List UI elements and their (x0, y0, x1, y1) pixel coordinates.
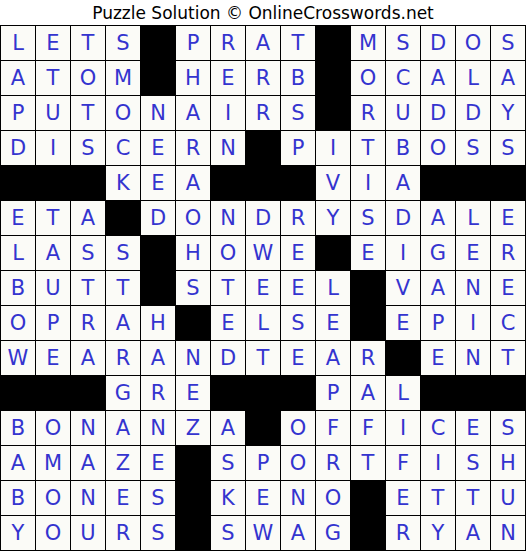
letter-cell: E (421, 341, 455, 375)
cell-letter: A (186, 173, 200, 194)
letter-cell: I (211, 96, 245, 130)
cell-letter: D (430, 103, 446, 124)
letter-cell: A (421, 271, 455, 305)
cell-letter: R (361, 103, 376, 124)
letter-cell: A (281, 516, 315, 550)
black-cell (351, 271, 385, 305)
letter-cell: Z (106, 446, 140, 480)
letter-cell: E (246, 481, 280, 515)
cell-letter: T (47, 208, 60, 229)
cell-letter: N (500, 523, 516, 544)
cell-letter: E (361, 243, 374, 264)
letter-cell: R (106, 516, 140, 550)
cell-letter: A (11, 68, 25, 89)
letter-cell: C (421, 411, 455, 445)
letter-cell: O (176, 201, 210, 235)
letter-cell: N (141, 96, 175, 130)
letter-cell: Y (316, 201, 350, 235)
cell-letter: P (432, 313, 445, 334)
black-cell (106, 201, 140, 235)
letter-cell: B (1, 271, 35, 305)
cell-letter: D (395, 208, 411, 229)
cell-letter: H (500, 453, 516, 474)
black-cell (281, 166, 315, 200)
letter-cell: G (421, 236, 455, 270)
letter-cell: A (246, 26, 280, 60)
letter-cell: T (281, 26, 315, 60)
letter-cell: S (351, 201, 385, 235)
cell-letter: E (501, 278, 514, 299)
letter-cell: N (491, 516, 525, 550)
cell-letter: A (466, 523, 480, 544)
cell-letter: P (327, 383, 340, 404)
cell-letter: I (365, 173, 371, 194)
cell-letter: I (330, 138, 336, 159)
cell-letter: F (397, 453, 409, 474)
letter-cell: E (456, 411, 490, 445)
black-cell (71, 376, 105, 410)
cell-letter: E (501, 208, 514, 229)
cell-letter: O (45, 523, 62, 544)
letter-cell: U (71, 516, 105, 550)
cell-letter: P (187, 33, 200, 54)
letter-cell: E (176, 376, 210, 410)
cell-letter: L (257, 313, 269, 334)
cell-letter: M (359, 33, 377, 54)
letter-cell: A (176, 166, 210, 200)
cell-letter: S (361, 208, 374, 229)
cell-letter: R (501, 243, 516, 264)
cell-letter: L (467, 208, 479, 229)
cell-letter: S (186, 278, 199, 299)
cell-letter: A (431, 208, 445, 229)
letter-cell: I (456, 306, 490, 340)
letter-cell: S (211, 446, 245, 480)
letter-cell: T (246, 341, 280, 375)
cell-letter: A (81, 453, 95, 474)
cell-letter: I (470, 313, 476, 334)
letter-cell: A (421, 61, 455, 95)
letter-cell: R (491, 236, 525, 270)
cell-letter: S (396, 33, 409, 54)
cell-letter: P (12, 103, 25, 124)
letter-cell: O (36, 516, 70, 550)
letter-cell: S (491, 131, 525, 165)
letter-cell: O (36, 411, 70, 445)
letter-cell: F (386, 446, 420, 480)
letter-cell: W (1, 341, 35, 375)
cell-letter: U (45, 278, 60, 299)
letter-cell: E (281, 236, 315, 270)
letter-cell: T (71, 96, 105, 130)
black-cell (176, 516, 210, 550)
letter-cell: E (141, 166, 175, 200)
cell-letter: F (327, 418, 339, 439)
cell-letter: T (117, 278, 130, 299)
cell-letter: E (291, 243, 304, 264)
letter-cell: P (36, 306, 70, 340)
letter-cell: S (456, 131, 490, 165)
cell-letter: S (501, 418, 514, 439)
cell-letter: A (396, 173, 410, 194)
letter-cell: R (246, 96, 280, 130)
letter-cell: T (71, 271, 105, 305)
cell-letter: T (257, 348, 270, 369)
black-cell (36, 166, 70, 200)
cell-letter: R (151, 383, 166, 404)
cell-letter: Y (432, 523, 445, 544)
cell-letter: S (221, 453, 234, 474)
cell-letter: R (291, 208, 306, 229)
letter-cell: P (281, 131, 315, 165)
cell-letter: O (465, 33, 482, 54)
cell-letter: A (11, 453, 25, 474)
cell-letter: M (44, 453, 62, 474)
letter-cell: E (281, 271, 315, 305)
letter-cell: R (246, 61, 280, 95)
page-title: Puzzle Solution © OnlineCrosswords.net (92, 3, 434, 23)
letter-cell: N (211, 131, 245, 165)
letter-cell: H (141, 306, 175, 340)
letter-cell: P (421, 306, 455, 340)
letter-cell: E (211, 61, 245, 95)
letter-cell: T (456, 481, 490, 515)
cell-letter: D (430, 33, 446, 54)
letter-cell: O (106, 96, 140, 130)
letter-cell: U (36, 271, 70, 305)
cell-letter: V (396, 278, 410, 299)
black-cell (456, 376, 490, 410)
cell-letter: E (256, 488, 269, 509)
cell-letter: D (220, 348, 236, 369)
cell-letter: C (396, 68, 411, 89)
black-cell (491, 376, 525, 410)
cell-letter: N (220, 138, 236, 159)
letter-cell: T (36, 61, 70, 95)
cell-letter: S (81, 138, 94, 159)
letter-cell: K (106, 166, 140, 200)
letter-cell: O (281, 446, 315, 480)
letter-cell: D (246, 201, 280, 235)
letter-cell: S (281, 96, 315, 130)
letter-cell: S (71, 236, 105, 270)
cell-letter: E (46, 33, 59, 54)
cell-letter: D (255, 208, 271, 229)
cell-letter: T (47, 68, 60, 89)
cell-letter: E (116, 488, 129, 509)
letter-cell: S (141, 516, 175, 550)
cell-letter: O (10, 313, 27, 334)
letter-cell: R (316, 446, 350, 480)
letter-cell: N (71, 411, 105, 445)
letter-cell: S (211, 516, 245, 550)
black-cell (421, 166, 455, 200)
black-cell (246, 376, 280, 410)
letter-cell: A (456, 516, 490, 550)
black-cell (421, 376, 455, 410)
cell-letter: N (150, 103, 166, 124)
cell-letter: N (465, 278, 481, 299)
letter-cell: O (421, 131, 455, 165)
cell-letter: A (46, 243, 60, 264)
letter-cell: D (141, 201, 175, 235)
letter-cell: P (176, 26, 210, 60)
cell-letter: D (465, 103, 481, 124)
letter-cell: Z (176, 411, 210, 445)
cell-letter: C (431, 418, 446, 439)
letter-cell: R (71, 306, 105, 340)
cell-letter: K (116, 173, 130, 194)
cell-letter: E (186, 383, 199, 404)
letter-cell: V (316, 166, 350, 200)
letter-cell: A (71, 446, 105, 480)
letter-cell: N (456, 271, 490, 305)
letter-cell: D (1, 131, 35, 165)
cell-letter: S (501, 33, 514, 54)
black-cell (141, 271, 175, 305)
cell-letter: Y (327, 208, 340, 229)
cell-letter: T (362, 138, 375, 159)
cell-letter: O (115, 103, 132, 124)
letter-cell: S (71, 131, 105, 165)
cell-letter: N (150, 418, 166, 439)
cell-letter: O (290, 418, 307, 439)
letter-cell: O (211, 236, 245, 270)
letter-cell: T (421, 481, 455, 515)
letter-cell: S (141, 481, 175, 515)
cell-letter: T (82, 103, 95, 124)
cell-letter: N (80, 418, 96, 439)
cell-letter: A (501, 68, 515, 89)
cell-letter: N (290, 488, 306, 509)
letter-cell: T (211, 271, 245, 305)
letter-cell: I (386, 236, 420, 270)
letter-cell: Y (421, 516, 455, 550)
black-cell (176, 481, 210, 515)
cell-letter: B (396, 138, 410, 159)
cell-letter: B (11, 278, 25, 299)
letter-cell: D (456, 96, 490, 130)
cell-letter: R (396, 523, 411, 544)
cell-letter: E (221, 313, 234, 334)
letter-cell: M (106, 61, 140, 95)
letter-cell: I (421, 446, 455, 480)
cell-letter: A (361, 383, 375, 404)
cell-letter: B (11, 488, 25, 509)
letter-cell: A (316, 341, 350, 375)
cell-letter: E (431, 348, 444, 369)
letter-cell: P (316, 376, 350, 410)
cell-letter: E (151, 173, 164, 194)
cell-letter: A (256, 33, 270, 54)
cell-letter: S (151, 488, 164, 509)
cell-letter: R (186, 138, 201, 159)
black-cell (141, 26, 175, 60)
cell-letter: L (12, 33, 24, 54)
cell-letter: S (291, 103, 304, 124)
cell-letter: R (326, 453, 341, 474)
cell-letter: S (116, 243, 129, 264)
cell-letter: Y (502, 103, 515, 124)
cell-letter: T (82, 278, 95, 299)
letter-cell: O (316, 481, 350, 515)
cell-letter: T (82, 33, 95, 54)
letter-cell: L (1, 236, 35, 270)
letter-cell: B (1, 481, 35, 515)
letter-cell: R (351, 341, 385, 375)
letter-cell: T (351, 446, 385, 480)
letter-cell: U (36, 96, 70, 130)
letter-cell: P (1, 96, 35, 130)
black-cell (456, 166, 490, 200)
cell-letter: T (222, 278, 235, 299)
letter-cell: O (351, 61, 385, 95)
cell-letter: R (81, 313, 96, 334)
letter-cell: A (106, 411, 140, 445)
letter-cell: R (351, 96, 385, 130)
letter-cell: E (456, 236, 490, 270)
black-cell (141, 61, 175, 95)
letter-cell: E (246, 271, 280, 305)
cell-letter: G (430, 243, 446, 264)
cell-letter: Z (186, 418, 200, 439)
letter-cell: A (1, 61, 35, 95)
letter-cell: E (211, 306, 245, 340)
letter-cell: T (351, 131, 385, 165)
cell-letter: S (466, 138, 479, 159)
letter-cell: S (281, 306, 315, 340)
letter-cell: A (106, 306, 140, 340)
black-cell (491, 166, 525, 200)
letter-cell: S (456, 446, 490, 480)
letter-cell: L (246, 306, 280, 340)
cell-letter: E (466, 243, 479, 264)
cell-letter: L (327, 278, 339, 299)
cell-letter: D (150, 208, 166, 229)
letter-cell: E (491, 201, 525, 235)
letter-cell: U (386, 96, 420, 130)
cell-letter: A (116, 418, 130, 439)
letter-cell: H (176, 61, 210, 95)
black-cell (246, 166, 280, 200)
letter-cell: E (36, 341, 70, 375)
cell-letter: T (432, 488, 445, 509)
cell-letter: N (465, 348, 481, 369)
cell-letter: P (257, 453, 270, 474)
cell-letter: B (291, 68, 305, 89)
cell-letter: O (80, 68, 97, 89)
cell-letter: G (115, 383, 131, 404)
letter-cell: K (211, 481, 245, 515)
cell-letter: O (45, 488, 62, 509)
letter-cell: A (211, 411, 245, 445)
cell-letter: D (10, 138, 26, 159)
letter-cell: D (386, 201, 420, 235)
letter-cell: S (491, 411, 525, 445)
letter-cell: H (176, 236, 210, 270)
letter-cell: A (36, 236, 70, 270)
cell-letter: S (466, 453, 479, 474)
letter-cell: G (106, 376, 140, 410)
black-cell (316, 96, 350, 130)
letter-cell: E (1, 201, 35, 235)
letter-cell: M (351, 26, 385, 60)
cell-letter: P (47, 313, 60, 334)
letter-cell: N (211, 201, 245, 235)
cell-letter: A (291, 523, 305, 544)
letter-cell: C (386, 61, 420, 95)
letter-cell: A (71, 341, 105, 375)
cell-letter: A (116, 313, 130, 334)
cell-letter: L (397, 383, 409, 404)
black-cell (1, 166, 35, 200)
cell-letter: N (185, 348, 201, 369)
letter-cell: T (71, 26, 105, 60)
cell-letter: R (116, 523, 131, 544)
cell-letter: A (431, 278, 445, 299)
cell-letter: E (291, 348, 304, 369)
cell-letter: H (185, 243, 201, 264)
crossword-grid: LETSPRATMSDOSATOMHERBOCALAPUTONAIRSRUDDY… (0, 25, 526, 551)
cell-letter: U (500, 488, 515, 509)
cell-letter: A (151, 348, 165, 369)
letter-cell: B (1, 411, 35, 445)
cell-letter: F (362, 418, 374, 439)
letter-cell: A (176, 96, 210, 130)
letter-cell: A (351, 376, 385, 410)
cell-letter: I (400, 418, 406, 439)
cell-letter: A (81, 348, 95, 369)
cell-letter: Z (116, 453, 130, 474)
black-cell (141, 236, 175, 270)
cell-letter: E (256, 278, 269, 299)
letter-cell: N (281, 481, 315, 515)
cell-letter: T (362, 453, 375, 474)
black-cell (246, 411, 280, 445)
black-cell (176, 446, 210, 480)
cell-letter: S (81, 243, 94, 264)
letter-cell: S (106, 26, 140, 60)
letter-cell: G (316, 516, 350, 550)
letter-cell: I (351, 166, 385, 200)
letter-cell: O (36, 481, 70, 515)
cell-letter: I (50, 138, 56, 159)
black-cell (1, 376, 35, 410)
letter-cell: F (351, 411, 385, 445)
letter-cell: I (36, 131, 70, 165)
cell-letter: T (467, 488, 480, 509)
black-cell (351, 306, 385, 340)
cell-letter: M (114, 68, 132, 89)
letter-cell: D (421, 96, 455, 130)
cell-letter: U (80, 523, 95, 544)
black-cell (281, 376, 315, 410)
letter-cell: I (316, 131, 350, 165)
cell-letter: E (46, 348, 59, 369)
letter-cell: M (36, 446, 70, 480)
letter-cell: O (1, 306, 35, 340)
cell-letter: E (221, 68, 234, 89)
letter-cell: A (491, 61, 525, 95)
letter-cell: R (176, 131, 210, 165)
letter-cell: A (421, 201, 455, 235)
cell-letter: P (292, 138, 305, 159)
cell-letter: O (220, 243, 237, 264)
cell-letter: W (8, 348, 29, 369)
cell-letter: I (435, 453, 441, 474)
cell-letter: G (325, 523, 341, 544)
letter-cell: N (141, 411, 175, 445)
